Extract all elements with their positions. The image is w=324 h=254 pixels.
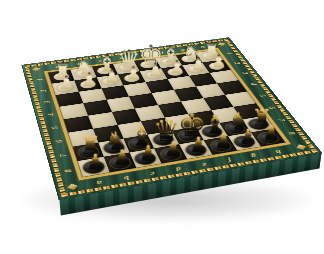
square-a8: ♟ (78, 157, 110, 177)
rank-label-right-5: 5 (257, 94, 267, 97)
black-pawn-c8: ♟ (135, 144, 162, 164)
pawn-glyph: ♟ (189, 135, 208, 155)
pawn-glyph: ♟ (147, 62, 163, 79)
black-pawn-e8: ♟ (186, 135, 212, 155)
rank-label-left-2: 2 (38, 89, 47, 92)
pawn-glyph: ♟ (164, 139, 183, 159)
file-label-near-d: d (175, 165, 183, 172)
rank-label-left-5: 5 (49, 126, 59, 130)
rank-label-right-4: 4 (248, 83, 257, 86)
file-label-near-e: e (200, 161, 207, 167)
black-pawn-d8: ♟ (160, 139, 187, 159)
pawn-glyph: ♟ (262, 123, 281, 142)
file-label-near-g: g (250, 152, 258, 158)
pawn-glyph: ♟ (103, 68, 119, 85)
rank-label-right-2: 2 (232, 62, 241, 65)
pawn-glyph: ♟ (138, 144, 157, 164)
rank-label-left-3: 3 (41, 101, 50, 104)
pawn-glyph: ♟ (214, 131, 233, 150)
black-pawn-f8: ♟ (210, 131, 236, 150)
pawn-glyph: ♟ (81, 71, 98, 88)
rank-label-right-8: 8 (286, 131, 297, 135)
pawn-glyph: ♟ (211, 53, 227, 69)
pawn-glyph: ♟ (126, 65, 142, 82)
black-pawn-b8: ♟ (108, 148, 135, 168)
pawn-glyph: ♟ (112, 148, 131, 168)
square-a2: ♟ (52, 80, 79, 94)
white-pawn-f2: ♟ (166, 59, 188, 76)
rank-label-left-7: 7 (57, 154, 67, 158)
gold-corner-ornament (297, 144, 306, 149)
rank-label-left-4: 4 (45, 113, 55, 117)
gold-corner-ornament (32, 67, 40, 71)
black-pawn-g8: ♟ (235, 127, 261, 146)
rank-label-left-8: 8 (62, 169, 73, 174)
white-pawn-c2: ♟ (100, 68, 123, 85)
black-pawn-h8: ♟ (259, 123, 285, 142)
file-label-near-h: h (274, 148, 283, 154)
black-pawn-a8: ♟ (82, 152, 109, 172)
file-label-near-c: c (149, 170, 156, 177)
pawn-glyph: ♟ (169, 59, 185, 76)
rank-label-left-6: 6 (53, 139, 63, 143)
chess-board: 11aa22bb33cc44dd55ee66ff77gg88hh ♜♞♝♛♚♝♞… (22, 38, 321, 200)
pawn-glyph: ♟ (238, 127, 257, 146)
white-pawn-a2: ♟ (55, 75, 78, 92)
white-pawn-d2: ♟ (122, 65, 145, 82)
rank-label-right-3: 3 (240, 72, 249, 75)
white-pawn-b2: ♟ (78, 71, 101, 88)
file-label-near-b: b (122, 174, 129, 181)
white-pawn-e2: ♟ (144, 62, 166, 79)
pawn-glyph: ♟ (190, 56, 206, 72)
rank-label-left-1: 1 (35, 78, 44, 81)
chess-set-photo: 11aa22bb33cc44dd55ee66ff77gg88hh ♜♞♝♛♚♝♞… (0, 0, 324, 254)
pawn-glyph: ♟ (58, 75, 75, 92)
file-label-near-f: f (226, 157, 233, 163)
white-pawn-g2: ♟ (187, 56, 209, 72)
pawn-glyph: ♟ (86, 152, 106, 172)
gold-corner-ornament (67, 184, 77, 190)
file-label-near-a: a (96, 179, 103, 186)
white-pawn-h2: ♟ (208, 53, 230, 69)
